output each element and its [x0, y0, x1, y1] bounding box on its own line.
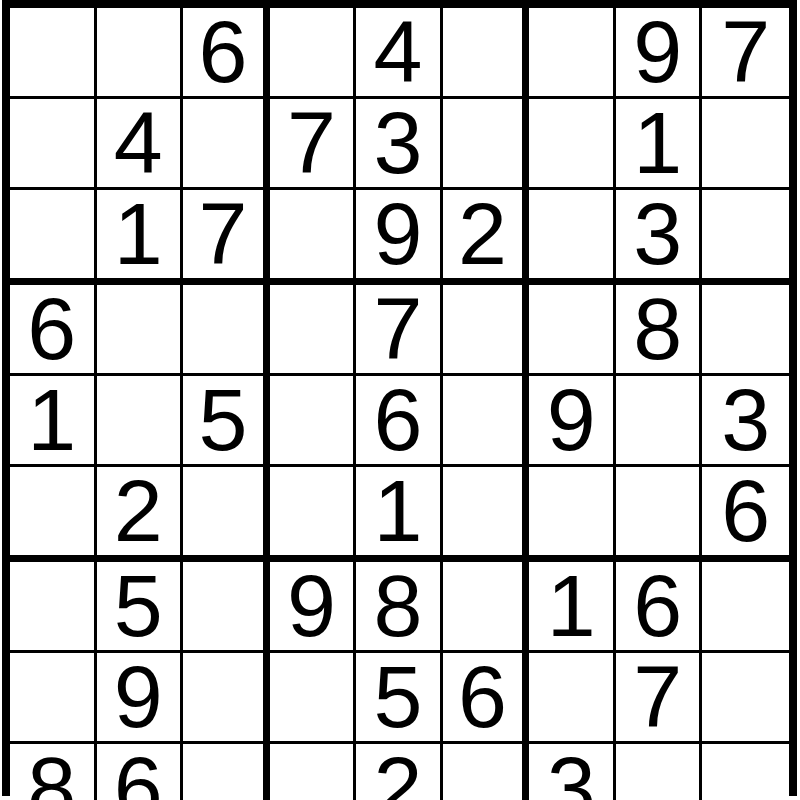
- sudoku-cell-given[interactable]: 6: [10, 285, 97, 376]
- sudoku-cell-given[interactable]: 9: [270, 562, 357, 653]
- sudoku-cell-empty[interactable]: [702, 285, 789, 376]
- sudoku-cell-empty[interactable]: [270, 285, 357, 376]
- sudoku-cell-empty[interactable]: [10, 190, 97, 285]
- sudoku-cell-given[interactable]: 1: [356, 467, 443, 562]
- sudoku-cell-given[interactable]: 3: [529, 744, 616, 800]
- sudoku-cell-empty[interactable]: [10, 562, 97, 653]
- sudoku-cell-given[interactable]: 6: [616, 562, 703, 653]
- sudoku-cell-given[interactable]: 6: [97, 744, 184, 800]
- sudoku-cell-empty[interactable]: [97, 8, 184, 99]
- sudoku-cell-empty[interactable]: [616, 467, 703, 562]
- sudoku-cell-empty[interactable]: [529, 190, 616, 285]
- sudoku-cell-given[interactable]: 2: [356, 744, 443, 800]
- sudoku-cell-empty[interactable]: [529, 8, 616, 99]
- sudoku-cell-empty[interactable]: [183, 744, 270, 800]
- sudoku-cell-given[interactable]: 9: [356, 190, 443, 285]
- sudoku-cell-empty[interactable]: [270, 376, 357, 467]
- sudoku-cell-given[interactable]: 8: [616, 285, 703, 376]
- sudoku-cell-given[interactable]: 1: [97, 190, 184, 285]
- sudoku-cell-given[interactable]: 9: [97, 653, 184, 744]
- sudoku-cell-empty[interactable]: [10, 467, 97, 562]
- sudoku-cell-empty[interactable]: [443, 99, 530, 190]
- sudoku-cell-given[interactable]: 6: [356, 376, 443, 467]
- sudoku-cell-empty[interactable]: [443, 562, 530, 653]
- sudoku-cell-empty[interactable]: [443, 744, 530, 800]
- sudoku-cell-empty[interactable]: [443, 376, 530, 467]
- sudoku-cell-given[interactable]: 7: [183, 190, 270, 285]
- sudoku-cell-empty[interactable]: [702, 99, 789, 190]
- sudoku-cell-empty[interactable]: [270, 653, 357, 744]
- sudoku-cell-empty[interactable]: [97, 285, 184, 376]
- sudoku-screen: 6497473117923678156932165981695678623: [0, 0, 800, 800]
- sudoku-cell-empty[interactable]: [529, 285, 616, 376]
- sudoku-cell-empty[interactable]: [443, 467, 530, 562]
- sudoku-cell-empty[interactable]: [10, 99, 97, 190]
- sudoku-cell-given[interactable]: 8: [10, 744, 97, 800]
- sudoku-cell-empty[interactable]: [443, 8, 530, 99]
- sudoku-cell-given[interactable]: 3: [616, 190, 703, 285]
- sudoku-cell-given[interactable]: 9: [529, 376, 616, 467]
- sudoku-cell-empty[interactable]: [529, 653, 616, 744]
- sudoku-cell-empty[interactable]: [702, 744, 789, 800]
- sudoku-cell-given[interactable]: 2: [97, 467, 184, 562]
- sudoku-cell-given[interactable]: 7: [356, 285, 443, 376]
- sudoku-cell-empty[interactable]: [10, 8, 97, 99]
- sudoku-cell-empty[interactable]: [443, 285, 530, 376]
- sudoku-cell-given[interactable]: 6: [183, 8, 270, 99]
- sudoku-cell-given[interactable]: 4: [97, 99, 184, 190]
- sudoku-cell-empty[interactable]: [97, 376, 184, 467]
- sudoku-cell-empty[interactable]: [529, 99, 616, 190]
- sudoku-cell-given[interactable]: 7: [702, 8, 789, 99]
- sudoku-cell-given[interactable]: 5: [356, 653, 443, 744]
- sudoku-cell-empty[interactable]: [702, 653, 789, 744]
- sudoku-cell-given[interactable]: 7: [616, 653, 703, 744]
- sudoku-cell-given[interactable]: 6: [443, 653, 530, 744]
- sudoku-cell-given[interactable]: 3: [356, 99, 443, 190]
- sudoku-cell-empty[interactable]: [702, 562, 789, 653]
- sudoku-grid: 6497473117923678156932165981695678623: [10, 8, 789, 788]
- sudoku-cell-given[interactable]: 1: [10, 376, 97, 467]
- sudoku-cell-empty[interactable]: [616, 376, 703, 467]
- sudoku-cell-given[interactable]: 1: [529, 562, 616, 653]
- sudoku-cell-given[interactable]: 5: [183, 376, 270, 467]
- sudoku-board: 6497473117923678156932165981695678623: [2, 0, 797, 796]
- sudoku-cell-empty[interactable]: [183, 285, 270, 376]
- sudoku-cell-empty[interactable]: [270, 744, 357, 800]
- sudoku-cell-given[interactable]: 8: [356, 562, 443, 653]
- sudoku-cell-empty[interactable]: [183, 99, 270, 190]
- sudoku-cell-empty[interactable]: [183, 562, 270, 653]
- sudoku-cell-empty[interactable]: [529, 467, 616, 562]
- sudoku-cell-empty[interactable]: [270, 467, 357, 562]
- sudoku-cell-given[interactable]: 4: [356, 8, 443, 99]
- sudoku-cell-empty[interactable]: [183, 467, 270, 562]
- sudoku-cell-given[interactable]: 7: [270, 99, 357, 190]
- sudoku-cell-empty[interactable]: [616, 744, 703, 800]
- sudoku-cell-given[interactable]: 3: [702, 376, 789, 467]
- sudoku-cell-given[interactable]: 1: [616, 99, 703, 190]
- sudoku-cell-empty[interactable]: [10, 653, 97, 744]
- sudoku-cell-given[interactable]: 5: [97, 562, 184, 653]
- sudoku-cell-given[interactable]: 9: [616, 8, 703, 99]
- sudoku-cell-empty[interactable]: [702, 190, 789, 285]
- sudoku-cell-empty[interactable]: [270, 190, 357, 285]
- sudoku-cell-empty[interactable]: [270, 8, 357, 99]
- sudoku-cell-given[interactable]: 2: [443, 190, 530, 285]
- sudoku-cell-given[interactable]: 6: [702, 467, 789, 562]
- sudoku-cell-empty[interactable]: [183, 653, 270, 744]
